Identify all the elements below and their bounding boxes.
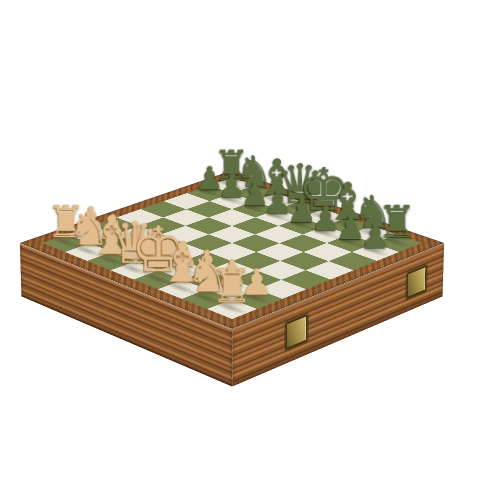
piece-black-pawn-h7[interactable]: ♟ bbox=[353, 179, 397, 252]
product-photo-scene: ♜♞♝♛♚♝♞♜♟♟♟♟♟♟♟♟♟♟♟♟♟♟♟♟♜♞♝♛♚♝♞♜ bbox=[0, 0, 480, 480]
chess-box: ♜♞♝♛♚♝♞♜♟♟♟♟♟♟♟♟♟♟♟♟♟♟♟♟♜♞♝♛♚♝♞♜ bbox=[20, 170, 444, 329]
product-photo-page: { "game": "chess", "set_style": "Bauhaus… bbox=[0, 0, 480, 480]
piece-white-rook-h1[interactable]: ♜ bbox=[209, 232, 256, 309]
brass-clasp-icon[interactable] bbox=[406, 265, 426, 299]
brass-clasp-icon[interactable] bbox=[285, 314, 307, 350]
